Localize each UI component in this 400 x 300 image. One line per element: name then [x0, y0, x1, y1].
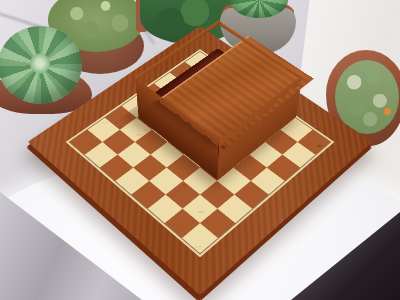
black-pawn-glyph: ♟ — [287, 125, 347, 147]
white-rook-glyph: ♜ — [162, 215, 229, 248]
photo-scene: ♜♟♞♟♟♟♛♚♝♟♞♟♜♟♟♞♟♛♚♝♞♜♟ — [0, 0, 400, 300]
orange-bloom — [384, 108, 391, 115]
